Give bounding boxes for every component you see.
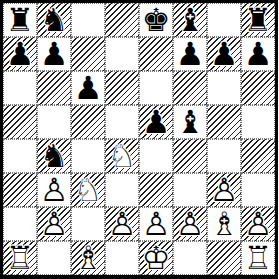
square-a4[interactable] <box>3 139 37 173</box>
white-bishop-glyph: ♗ <box>71 241 105 275</box>
square-e7[interactable] <box>139 37 173 71</box>
square-c6[interactable]: ♟♟ <box>71 71 105 105</box>
piece-black-pawn: ♟♟ <box>173 37 207 71</box>
black-pawn-glyph: ♟ <box>207 37 241 71</box>
square-d6[interactable] <box>105 71 139 105</box>
piece-black-king: ♚♚ <box>139 3 173 37</box>
square-d1[interactable] <box>105 241 139 275</box>
square-h3[interactable] <box>241 173 275 207</box>
piece-white-pawn: ♟♙ <box>241 207 275 241</box>
black-bishop-glyph: ♝ <box>173 3 207 37</box>
piece-white-king: ♚♔ <box>139 241 173 275</box>
square-c8[interactable] <box>71 3 105 37</box>
square-d5[interactable] <box>105 105 139 139</box>
piece-white-pawn: ♟♙ <box>139 207 173 241</box>
piece-white-pawn: ♟♙ <box>37 207 71 241</box>
square-e8[interactable]: ♚♚ <box>139 3 173 37</box>
white-rook-glyph: ♖ <box>3 241 37 275</box>
piece-black-knight: ♞♞ <box>37 139 71 173</box>
piece-white-bishop: ♝♗ <box>71 241 105 275</box>
piece-white-pawn: ♟♙ <box>105 207 139 241</box>
square-h5[interactable] <box>241 105 275 139</box>
square-c3[interactable]: ♞♘ <box>71 173 105 207</box>
square-a3[interactable] <box>3 173 37 207</box>
square-b6[interactable] <box>37 71 71 105</box>
black-pawn-glyph: ♟ <box>173 37 207 71</box>
piece-white-pawn: ♟♙ <box>173 207 207 241</box>
piece-white-knight: ♞♘ <box>71 173 105 207</box>
square-c7[interactable] <box>71 37 105 71</box>
square-f7[interactable]: ♟♟ <box>173 37 207 71</box>
square-d3[interactable] <box>105 173 139 207</box>
square-g4[interactable] <box>207 139 241 173</box>
square-d4[interactable]: ♞♘ <box>105 139 139 173</box>
square-e5[interactable]: ♟♟ <box>139 105 173 139</box>
white-pawn-glyph: ♙ <box>37 173 71 207</box>
chess-board: ♜♜♞♞♚♚♝♝♜♜♟♟♟♟♟♟♟♟♟♟♟♟♟♟♝♝♞♞♞♘♟♙♞♘♟♙♟♙♟♙… <box>0 0 278 278</box>
square-b7[interactable]: ♟♟ <box>37 37 71 71</box>
square-e6[interactable] <box>139 71 173 105</box>
black-pawn-glyph: ♟ <box>139 105 173 139</box>
square-h6[interactable] <box>241 71 275 105</box>
square-b5[interactable] <box>37 105 71 139</box>
white-pawn-glyph: ♙ <box>173 207 207 241</box>
square-c2[interactable] <box>71 207 105 241</box>
piece-white-rook: ♜♖ <box>3 241 37 275</box>
square-a1[interactable]: ♜♖ <box>3 241 37 275</box>
piece-white-bishop: ♝♗ <box>207 207 241 241</box>
piece-black-pawn: ♟♟ <box>139 105 173 139</box>
square-b1[interactable] <box>37 241 71 275</box>
square-f8[interactable]: ♝♝ <box>173 3 207 37</box>
square-f4[interactable] <box>173 139 207 173</box>
square-h1[interactable]: ♜♖ <box>241 241 275 275</box>
black-bishop-glyph: ♝ <box>173 105 207 139</box>
square-b4[interactable]: ♞♞ <box>37 139 71 173</box>
black-pawn-glyph: ♟ <box>3 37 37 71</box>
white-rook-glyph: ♖ <box>241 241 275 275</box>
white-bishop-glyph: ♗ <box>207 207 241 241</box>
piece-white-knight: ♞♘ <box>105 139 139 173</box>
square-e1[interactable]: ♚♔ <box>139 241 173 275</box>
square-b2[interactable]: ♟♙ <box>37 207 71 241</box>
square-g8[interactable] <box>207 3 241 37</box>
white-pawn-glyph: ♙ <box>105 207 139 241</box>
square-g5[interactable] <box>207 105 241 139</box>
square-c4[interactable] <box>71 139 105 173</box>
square-d2[interactable]: ♟♙ <box>105 207 139 241</box>
square-f1[interactable] <box>173 241 207 275</box>
square-a2[interactable] <box>3 207 37 241</box>
square-f6[interactable] <box>173 71 207 105</box>
square-f5[interactable]: ♝♝ <box>173 105 207 139</box>
piece-white-pawn: ♟♙ <box>207 173 241 207</box>
white-pawn-glyph: ♙ <box>207 173 241 207</box>
square-b8[interactable]: ♞♞ <box>37 3 71 37</box>
square-a8[interactable]: ♜♜ <box>3 3 37 37</box>
piece-black-rook: ♜♜ <box>241 3 275 37</box>
black-knight-glyph: ♞ <box>37 139 71 173</box>
black-pawn-glyph: ♟ <box>37 37 71 71</box>
white-knight-glyph: ♘ <box>71 173 105 207</box>
chess-diagram: ♜♜♞♞♚♚♝♝♜♜♟♟♟♟♟♟♟♟♟♟♟♟♟♟♝♝♞♞♞♘♟♙♞♘♟♙♟♙♟♙… <box>0 0 279 279</box>
square-e4[interactable] <box>139 139 173 173</box>
square-d8[interactable] <box>105 3 139 37</box>
square-g1[interactable] <box>207 241 241 275</box>
black-pawn-glyph: ♟ <box>241 37 275 71</box>
black-rook-glyph: ♜ <box>3 3 37 37</box>
square-c1[interactable]: ♝♗ <box>71 241 105 275</box>
piece-black-pawn: ♟♟ <box>207 37 241 71</box>
square-a5[interactable] <box>3 105 37 139</box>
piece-white-pawn: ♟♙ <box>37 173 71 207</box>
square-f3[interactable] <box>173 173 207 207</box>
white-pawn-glyph: ♙ <box>241 207 275 241</box>
black-knight-glyph: ♞ <box>37 3 71 37</box>
black-rook-glyph: ♜ <box>241 3 275 37</box>
square-a7[interactable]: ♟♟ <box>3 37 37 71</box>
piece-black-bishop: ♝♝ <box>173 3 207 37</box>
piece-black-knight: ♞♞ <box>37 3 71 37</box>
square-h2[interactable]: ♟♙ <box>241 207 275 241</box>
black-pawn-glyph: ♟ <box>71 71 105 105</box>
square-e3[interactable] <box>139 173 173 207</box>
square-h8[interactable]: ♜♜ <box>241 3 275 37</box>
square-a6[interactable] <box>3 71 37 105</box>
square-f2[interactable]: ♟♙ <box>173 207 207 241</box>
white-pawn-glyph: ♙ <box>37 207 71 241</box>
square-b3[interactable]: ♟♙ <box>37 173 71 207</box>
white-pawn-glyph: ♙ <box>139 207 173 241</box>
square-c5[interactable] <box>71 105 105 139</box>
square-h7[interactable]: ♟♟ <box>241 37 275 71</box>
white-knight-glyph: ♘ <box>105 139 139 173</box>
square-g3[interactable]: ♟♙ <box>207 173 241 207</box>
square-g6[interactable] <box>207 71 241 105</box>
piece-black-rook: ♜♜ <box>3 3 37 37</box>
piece-white-rook: ♜♖ <box>241 241 275 275</box>
square-h4[interactable] <box>241 139 275 173</box>
square-g2[interactable]: ♝♗ <box>207 207 241 241</box>
square-d7[interactable] <box>105 37 139 71</box>
piece-black-bishop: ♝♝ <box>173 105 207 139</box>
piece-black-pawn: ♟♟ <box>3 37 37 71</box>
square-g7[interactable]: ♟♟ <box>207 37 241 71</box>
piece-black-pawn: ♟♟ <box>37 37 71 71</box>
black-king-glyph: ♚ <box>139 3 173 37</box>
square-e2[interactable]: ♟♙ <box>139 207 173 241</box>
piece-black-pawn: ♟♟ <box>241 37 275 71</box>
piece-black-pawn: ♟♟ <box>71 71 105 105</box>
white-king-glyph: ♔ <box>139 241 173 275</box>
